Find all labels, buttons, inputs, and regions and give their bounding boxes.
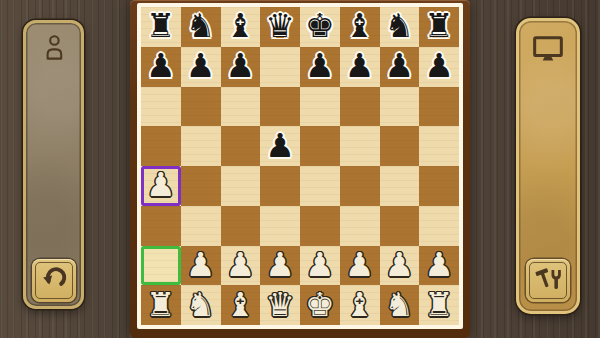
square-g1[interactable]: ♞	[380, 285, 420, 325]
black-pawn-piece[interactable]: ♟	[226, 49, 256, 82]
square-b1[interactable]: ♞	[181, 285, 221, 325]
black-pawn-piece[interactable]: ♟	[146, 49, 176, 82]
square-c7[interactable]: ♟	[221, 47, 261, 87]
square-d1[interactable]: ♛	[260, 285, 300, 325]
white-bishop-piece[interactable]: ♝	[226, 288, 256, 321]
square-g5[interactable]	[380, 126, 420, 166]
square-b3[interactable]	[181, 206, 221, 246]
square-h7[interactable]: ♟	[419, 47, 459, 87]
square-g3[interactable]	[380, 206, 420, 246]
square-c5[interactable]	[221, 126, 261, 166]
square-a2[interactable]	[141, 246, 181, 286]
chess-app-screen: ♜♞♝♛♚♝♞♜♟♟♟♟♟♟♟♟♟♟♟♟♟♟♟♟♜♞♝♛♚♝♞♜	[0, 0, 600, 338]
chess-board-grid: ♜♞♝♛♚♝♞♜♟♟♟♟♟♟♟♟♟♟♟♟♟♟♟♟♜♞♝♛♚♝♞♜	[141, 7, 459, 325]
square-h4[interactable]	[419, 166, 459, 206]
white-rook-piece[interactable]: ♜	[146, 288, 176, 321]
square-d7[interactable]	[260, 47, 300, 87]
white-pawn-piece[interactable]: ♟	[186, 248, 216, 281]
black-pawn-piece[interactable]: ♟	[186, 49, 216, 82]
square-a8[interactable]: ♜	[141, 7, 181, 47]
white-pawn-piece[interactable]: ♟	[305, 248, 335, 281]
board-inner-border: ♜♞♝♛♚♝♞♜♟♟♟♟♟♟♟♟♟♟♟♟♟♟♟♟♜♞♝♛♚♝♞♜	[137, 3, 463, 329]
white-knight-piece[interactable]: ♞	[186, 288, 216, 321]
square-a1[interactable]: ♜	[141, 285, 181, 325]
square-c1[interactable]: ♝	[221, 285, 261, 325]
white-king-piece[interactable]: ♚	[305, 288, 335, 321]
square-d3[interactable]	[260, 206, 300, 246]
black-bishop-piece[interactable]: ♝	[345, 9, 375, 42]
black-pawn-piece[interactable]: ♟	[305, 49, 335, 82]
square-g2[interactable]: ♟	[380, 246, 420, 286]
square-h5[interactable]	[419, 126, 459, 166]
square-h8[interactable]: ♜	[419, 7, 459, 47]
chess-board: ♜♞♝♛♚♝♞♜♟♟♟♟♟♟♟♟♟♟♟♟♟♟♟♟♜♞♝♛♚♝♞♜	[130, 0, 470, 338]
square-g7[interactable]: ♟	[380, 47, 420, 87]
square-a6[interactable]	[141, 87, 181, 127]
square-f4[interactable]	[340, 166, 380, 206]
square-e1[interactable]: ♚	[300, 285, 340, 325]
square-b7[interactable]: ♟	[181, 47, 221, 87]
square-a5[interactable]	[141, 126, 181, 166]
black-pawn-piece[interactable]: ♟	[345, 49, 375, 82]
square-b5[interactable]	[181, 126, 221, 166]
white-pawn-piece[interactable]: ♟	[265, 248, 295, 281]
square-d8[interactable]: ♛	[260, 7, 300, 47]
square-e8[interactable]: ♚	[300, 7, 340, 47]
square-e4[interactable]	[300, 166, 340, 206]
square-b6[interactable]	[181, 87, 221, 127]
black-bishop-piece[interactable]: ♝	[226, 9, 256, 42]
square-e2[interactable]: ♟	[300, 246, 340, 286]
square-h2[interactable]: ♟	[419, 246, 459, 286]
square-f8[interactable]: ♝	[340, 7, 380, 47]
square-e3[interactable]	[300, 206, 340, 246]
square-b4[interactable]	[181, 166, 221, 206]
square-d4[interactable]	[260, 166, 300, 206]
tools-icon	[534, 266, 562, 295]
white-bishop-piece[interactable]: ♝	[345, 288, 375, 321]
square-d5[interactable]: ♟	[260, 126, 300, 166]
white-knight-piece[interactable]: ♞	[385, 288, 415, 321]
square-g8[interactable]: ♞	[380, 7, 420, 47]
square-g6[interactable]	[380, 87, 420, 127]
black-knight-piece[interactable]: ♞	[186, 9, 216, 42]
white-rook-piece[interactable]: ♜	[424, 288, 454, 321]
square-e6[interactable]	[300, 87, 340, 127]
white-pawn-piece[interactable]: ♟	[345, 248, 375, 281]
white-pawn-piece[interactable]: ♟	[424, 248, 454, 281]
square-e5[interactable]	[300, 126, 340, 166]
black-rook-piece[interactable]: ♜	[146, 9, 176, 42]
player-panel	[23, 20, 84, 309]
square-e7[interactable]: ♟	[300, 47, 340, 87]
square-h6[interactable]	[419, 87, 459, 127]
square-h1[interactable]: ♜	[419, 285, 459, 325]
square-a4[interactable]: ♟	[141, 166, 181, 206]
square-d2[interactable]: ♟	[260, 246, 300, 286]
square-f3[interactable]	[340, 206, 380, 246]
square-h3[interactable]	[419, 206, 459, 246]
square-c6[interactable]	[221, 87, 261, 127]
white-pawn-piece[interactable]: ♟	[226, 248, 256, 281]
square-a7[interactable]: ♟	[141, 47, 181, 87]
black-pawn-piece[interactable]: ♟	[424, 49, 454, 82]
computer-panel	[516, 18, 580, 314]
square-b2[interactable]: ♟	[181, 246, 221, 286]
undo-icon	[39, 264, 69, 298]
square-c4[interactable]	[221, 166, 261, 206]
white-pawn-piece[interactable]: ♟	[385, 248, 415, 281]
square-c2[interactable]: ♟	[221, 246, 261, 286]
black-king-piece[interactable]: ♚	[305, 9, 335, 42]
square-f7[interactable]: ♟	[340, 47, 380, 87]
square-d6[interactable]	[260, 87, 300, 127]
black-pawn-piece[interactable]: ♟	[385, 49, 415, 82]
settings-button[interactable]	[526, 259, 570, 302]
black-pawn-piece[interactable]: ♟	[265, 129, 295, 162]
person-icon	[42, 33, 66, 65]
monitor-icon	[532, 35, 564, 66]
white-pawn-piece[interactable]: ♟	[146, 168, 176, 201]
square-a3[interactable]	[141, 206, 181, 246]
square-f6[interactable]	[340, 87, 380, 127]
undo-button[interactable]	[32, 259, 76, 302]
black-knight-piece[interactable]: ♞	[385, 9, 415, 42]
square-f1[interactable]: ♝	[340, 285, 380, 325]
black-queen-piece[interactable]: ♛	[265, 9, 295, 42]
square-g4[interactable]	[380, 166, 420, 206]
black-rook-piece[interactable]: ♜	[424, 9, 454, 42]
square-c3[interactable]	[221, 206, 261, 246]
square-c8[interactable]: ♝	[221, 7, 261, 47]
square-f2[interactable]: ♟	[340, 246, 380, 286]
white-queen-piece[interactable]: ♛	[265, 288, 295, 321]
square-f5[interactable]	[340, 126, 380, 166]
square-b8[interactable]: ♞	[181, 7, 221, 47]
